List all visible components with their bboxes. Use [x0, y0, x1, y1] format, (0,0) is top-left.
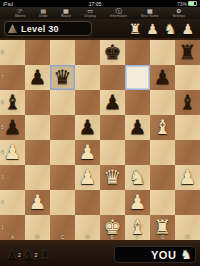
- toolbar-item-moves[interactable]: ☞Moves: [15, 8, 25, 19]
- square-b8[interactable]: [25, 40, 50, 65]
- piece-wp-d3: ♟: [75, 165, 100, 190]
- square-h3[interactable]: ♟: [175, 165, 200, 190]
- toolbar-item-display[interactable]: ▭Display: [84, 8, 95, 19]
- square-f8[interactable]: [125, 40, 150, 65]
- rank-label-6: 6: [1, 99, 5, 105]
- square-h6[interactable]: ♝: [175, 90, 200, 115]
- square-d6[interactable]: [75, 90, 100, 115]
- piece-wn-f3: ♞: [125, 165, 150, 190]
- square-c8[interactable]: [50, 40, 75, 65]
- captured-black-tray: ♟2♞2♜: [6, 246, 51, 264]
- square-c5[interactable]: [50, 115, 75, 140]
- rank-label-8: 8: [1, 49, 5, 55]
- bottom-bar: ♟2♞2♜ YOU ♞: [0, 243, 200, 266]
- square-c3[interactable]: [50, 165, 75, 190]
- square-d8[interactable]: [75, 40, 100, 65]
- toolbar-item-label: Board: [61, 15, 70, 19]
- rank-label-4: 4: [1, 149, 5, 155]
- piece-wp-f2: ♟: [125, 190, 150, 215]
- piece-bb-h6: ♝: [175, 90, 200, 115]
- captured-white-p: ♟: [146, 20, 159, 38]
- toolbar-item-new-game[interactable]: ▦New Game: [141, 8, 159, 19]
- square-g6[interactable]: [150, 90, 175, 115]
- file-label-g: G: [150, 234, 175, 240]
- captured-white-p: ♟: [181, 20, 194, 38]
- square-g3[interactable]: [150, 165, 175, 190]
- square-e5[interactable]: [100, 115, 125, 140]
- square-c7[interactable]: ♛: [50, 65, 75, 90]
- piece-bq-c7: ♛: [50, 65, 75, 90]
- square-e6[interactable]: ♟: [100, 90, 125, 115]
- status-bar: iPad 17:05 73%: [0, 0, 200, 7]
- toolbar-item-label: Settings: [172, 15, 185, 19]
- toolbar-item-label: New Game: [141, 15, 159, 19]
- captured-count-badge: 2: [35, 246, 38, 264]
- rank-label-1: 1: [1, 224, 5, 230]
- level-selector[interactable]: Level 30: [4, 21, 92, 36]
- file-label-a: A: [0, 234, 25, 240]
- piece-bp-f5: ♟: [125, 115, 150, 140]
- square-h5[interactable]: [175, 115, 200, 140]
- toolbar-item-undo[interactable]: ▤Undo: [39, 8, 47, 19]
- captured-count-badge: 2: [18, 246, 21, 264]
- square-b6[interactable]: [25, 90, 50, 115]
- square-f2[interactable]: ♟: [125, 190, 150, 215]
- file-label-b: B: [25, 234, 50, 240]
- level-pyramid-icon: [8, 24, 17, 33]
- file-label-e: E: [100, 234, 125, 240]
- square-f6[interactable]: [125, 90, 150, 115]
- rank-label-5: 5: [1, 124, 5, 130]
- captured-white-n: ♞: [164, 20, 177, 38]
- toolbar: ☞Moves▤Undo▦Board▭DisplayⓘInformation▦Ne…: [0, 7, 200, 19]
- battery-icon: [188, 1, 197, 6]
- status-battery-percent: 73%: [177, 1, 187, 7]
- rank-label-2: 2: [1, 199, 5, 205]
- square-d2[interactable]: [75, 190, 100, 215]
- square-e8[interactable]: ♚: [100, 40, 125, 65]
- square-h7[interactable]: [175, 65, 200, 90]
- square-c2[interactable]: [50, 190, 75, 215]
- piece-wq-e3: ♛: [100, 165, 125, 190]
- player-label: YOU: [151, 249, 176, 261]
- toolbar-item-settings[interactable]: ⚙Settings: [172, 8, 185, 19]
- file-label-c: C: [50, 234, 75, 240]
- square-f4[interactable]: [125, 140, 150, 165]
- toolbar-item-label: Moves: [15, 15, 25, 19]
- square-d4[interactable]: ♟: [75, 140, 100, 165]
- square-h2[interactable]: [175, 190, 200, 215]
- piece-wb-g5: ♝: [150, 115, 175, 140]
- square-e7[interactable]: [100, 65, 125, 90]
- player-box[interactable]: YOU ♞: [114, 246, 196, 263]
- piece-bp-g7: ♟: [150, 65, 175, 90]
- file-label-f: F: [125, 234, 150, 240]
- square-h4[interactable]: [175, 140, 200, 165]
- square-b7[interactable]: ♟: [25, 65, 50, 90]
- file-label-d: D: [75, 234, 100, 240]
- square-b5[interactable]: [25, 115, 50, 140]
- toolbar-item-label: Display: [84, 15, 95, 19]
- piece-bp-d5: ♟: [75, 115, 100, 140]
- square-f3[interactable]: ♞: [125, 165, 150, 190]
- square-f7[interactable]: [125, 65, 150, 90]
- piece-br-h8: ♜: [175, 40, 200, 65]
- captured-black-r: ♜: [39, 246, 51, 264]
- board-frame: ♚♜♟♛♟♝♟♝♟♟♟♝♟♟♟♛♞♟♟♟♚♝♜87654321ABCDEFGH: [0, 38, 200, 243]
- square-c6[interactable]: [50, 90, 75, 115]
- chess-board: ♚♜♟♛♟♝♟♝♟♟♟♝♟♟♟♛♞♟♟♟♚♝♜87654321ABCDEFGH: [0, 40, 200, 240]
- rank-label-3: 3: [1, 174, 5, 180]
- captured-black-n: ♞2: [23, 246, 35, 264]
- level-label: Level 30: [21, 24, 59, 34]
- status-carrier: iPad: [3, 1, 13, 7]
- square-g4[interactable]: [150, 140, 175, 165]
- square-f5[interactable]: ♟: [125, 115, 150, 140]
- toolbar-item-label: Information: [110, 15, 128, 19]
- square-h8[interactable]: ♜: [175, 40, 200, 65]
- square-e4[interactable]: [100, 140, 125, 165]
- square-d5[interactable]: ♟: [75, 115, 100, 140]
- square-g2[interactable]: [150, 190, 175, 215]
- piece-bk-e8: ♚: [100, 40, 125, 65]
- captured-black-p: ♟2: [6, 246, 18, 264]
- toolbar-item-label: Undo: [39, 15, 47, 19]
- info-bar: Level 30 ♜♟♞♟: [0, 19, 200, 38]
- status-time: 17:05: [13, 1, 177, 7]
- knight-icon: ♞: [180, 248, 192, 261]
- square-e3[interactable]: ♛: [100, 165, 125, 190]
- square-b3[interactable]: [25, 165, 50, 190]
- captured-white-r: ♜: [129, 20, 142, 38]
- piece-bp-b7: ♟: [25, 65, 50, 90]
- piece-wp-h3: ♟: [175, 165, 200, 190]
- captured-white-tray: ♜♟♞♟: [129, 20, 194, 38]
- square-g5[interactable]: ♝: [150, 115, 175, 140]
- square-c4[interactable]: [50, 140, 75, 165]
- square-b4[interactable]: [25, 140, 50, 165]
- square-g8[interactable]: [150, 40, 175, 65]
- square-g7[interactable]: ♟: [150, 65, 175, 90]
- toolbar-item-information[interactable]: ⓘInformation: [110, 8, 128, 19]
- square-d3[interactable]: ♟: [75, 165, 100, 190]
- square-b2[interactable]: ♟: [25, 190, 50, 215]
- square-d7[interactable]: [75, 65, 100, 90]
- piece-wp-b2: ♟: [25, 190, 50, 215]
- piece-wp-d4: ♟: [75, 140, 100, 165]
- piece-bp-e6: ♟: [100, 90, 125, 115]
- file-label-h: H: [175, 234, 200, 240]
- square-e2[interactable]: [100, 190, 125, 215]
- rank-label-7: 7: [1, 74, 5, 80]
- toolbar-item-board[interactable]: ▦Board: [61, 8, 70, 19]
